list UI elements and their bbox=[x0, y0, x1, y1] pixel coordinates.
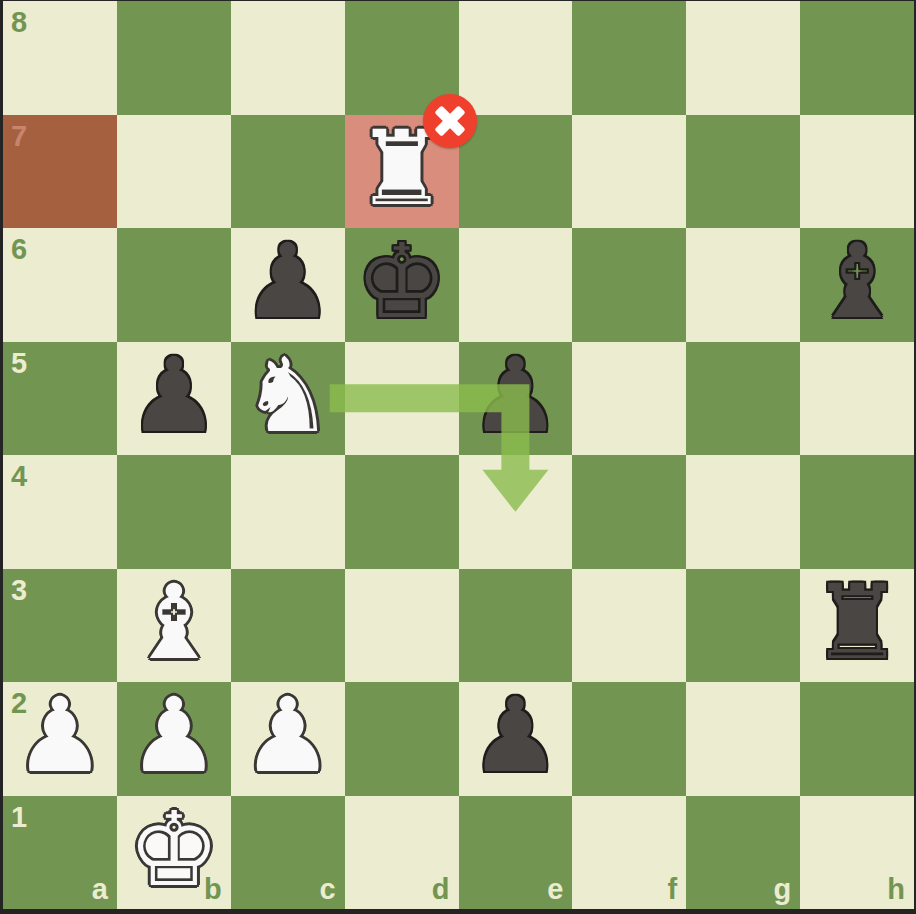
square-d1[interactable]: d bbox=[345, 796, 459, 910]
square-h2[interactable] bbox=[800, 682, 914, 796]
piece-black-pawn[interactable]: ♟ bbox=[128, 344, 220, 447]
square-f2[interactable] bbox=[572, 682, 686, 796]
square-h6[interactable]: ♝ bbox=[800, 228, 914, 342]
square-g3[interactable] bbox=[686, 569, 800, 683]
file-label-a: a bbox=[92, 875, 108, 904]
piece-white-pawn[interactable]: ♟ bbox=[242, 684, 334, 787]
square-e6[interactable] bbox=[459, 228, 573, 342]
square-a3[interactable]: 3 bbox=[3, 569, 117, 683]
square-a6[interactable]: 6 bbox=[3, 228, 117, 342]
file-label-g: g bbox=[773, 875, 791, 904]
square-c3[interactable] bbox=[231, 569, 345, 683]
square-e2[interactable]: ♟ bbox=[459, 682, 573, 796]
square-h5[interactable] bbox=[800, 342, 914, 456]
square-a1[interactable]: 1a bbox=[3, 796, 117, 910]
square-e4[interactable] bbox=[459, 455, 573, 569]
file-label-c: c bbox=[319, 875, 335, 904]
square-h1[interactable]: h bbox=[800, 796, 914, 910]
square-c7[interactable] bbox=[231, 115, 345, 229]
square-f7[interactable] bbox=[572, 115, 686, 229]
square-e5[interactable]: ♟ bbox=[459, 342, 573, 456]
square-b6[interactable] bbox=[117, 228, 231, 342]
square-d4[interactable] bbox=[345, 455, 459, 569]
square-d3[interactable] bbox=[345, 569, 459, 683]
square-g4[interactable] bbox=[686, 455, 800, 569]
piece-black-pawn[interactable]: ♟ bbox=[469, 684, 561, 787]
square-d2[interactable] bbox=[345, 682, 459, 796]
wrong-move-badge bbox=[423, 94, 477, 148]
rank-label-7: 7 bbox=[11, 122, 27, 151]
file-label-e: e bbox=[547, 875, 563, 904]
square-a2[interactable]: 2♟ bbox=[3, 682, 117, 796]
square-c5[interactable]: ♞ bbox=[231, 342, 345, 456]
rank-label-1: 1 bbox=[11, 803, 27, 832]
piece-white-knight[interactable]: ♞ bbox=[242, 344, 334, 447]
square-e1[interactable]: e bbox=[459, 796, 573, 910]
file-label-h: h bbox=[887, 875, 905, 904]
square-f4[interactable] bbox=[572, 455, 686, 569]
square-g1[interactable]: g bbox=[686, 796, 800, 910]
piece-black-bishop[interactable]: ♝ bbox=[811, 230, 903, 333]
rank-label-3: 3 bbox=[11, 576, 27, 605]
square-e8[interactable] bbox=[459, 1, 573, 115]
square-e3[interactable] bbox=[459, 569, 573, 683]
square-a7[interactable]: 7 bbox=[3, 115, 117, 229]
piece-black-king[interactable]: ♚ bbox=[355, 230, 447, 333]
square-e7[interactable] bbox=[459, 115, 573, 229]
square-h7[interactable] bbox=[800, 115, 914, 229]
chess-board-stage: 87♜6♟♚♝5♟♞♟43♝♜2♟♟♟♟1ab♚cdefgh bbox=[0, 0, 916, 914]
piece-black-pawn[interactable]: ♟ bbox=[242, 230, 334, 333]
rank-label-6: 6 bbox=[11, 235, 27, 264]
square-g8[interactable] bbox=[686, 1, 800, 115]
piece-black-rook[interactable]: ♜ bbox=[811, 571, 903, 674]
square-c4[interactable] bbox=[231, 455, 345, 569]
square-f6[interactable] bbox=[572, 228, 686, 342]
square-c1[interactable]: c bbox=[231, 796, 345, 910]
piece-black-pawn[interactable]: ♟ bbox=[469, 344, 561, 447]
square-b1[interactable]: b♚ bbox=[117, 796, 231, 910]
square-a5[interactable]: 5 bbox=[3, 342, 117, 456]
square-g6[interactable] bbox=[686, 228, 800, 342]
piece-white-bishop[interactable]: ♝ bbox=[128, 571, 220, 674]
square-g5[interactable] bbox=[686, 342, 800, 456]
square-b8[interactable] bbox=[117, 1, 231, 115]
square-f3[interactable] bbox=[572, 569, 686, 683]
file-label-d: d bbox=[432, 875, 450, 904]
square-b7[interactable] bbox=[117, 115, 231, 229]
square-g2[interactable] bbox=[686, 682, 800, 796]
rank-label-5: 5 bbox=[11, 349, 27, 378]
square-h8[interactable] bbox=[800, 1, 914, 115]
square-d5[interactable] bbox=[345, 342, 459, 456]
square-c8[interactable] bbox=[231, 1, 345, 115]
square-f5[interactable] bbox=[572, 342, 686, 456]
file-label-f: f bbox=[668, 875, 678, 904]
square-b5[interactable]: ♟ bbox=[117, 342, 231, 456]
square-a4[interactable]: 4 bbox=[3, 455, 117, 569]
square-d6[interactable]: ♚ bbox=[345, 228, 459, 342]
square-b2[interactable]: ♟ bbox=[117, 682, 231, 796]
rank-label-8: 8 bbox=[11, 8, 27, 37]
piece-white-king[interactable]: ♚ bbox=[128, 798, 220, 901]
square-a8[interactable]: 8 bbox=[3, 1, 117, 115]
square-g7[interactable] bbox=[686, 115, 800, 229]
rank-label-4: 4 bbox=[11, 462, 27, 491]
square-h4[interactable] bbox=[800, 455, 914, 569]
square-b3[interactable]: ♝ bbox=[117, 569, 231, 683]
square-h3[interactable]: ♜ bbox=[800, 569, 914, 683]
square-c2[interactable]: ♟ bbox=[231, 682, 345, 796]
piece-white-pawn[interactable]: ♟ bbox=[128, 684, 220, 787]
piece-white-pawn[interactable]: ♟ bbox=[14, 684, 106, 787]
square-c6[interactable]: ♟ bbox=[231, 228, 345, 342]
square-b4[interactable] bbox=[117, 455, 231, 569]
square-f1[interactable]: f bbox=[572, 796, 686, 910]
square-f8[interactable] bbox=[572, 1, 686, 115]
